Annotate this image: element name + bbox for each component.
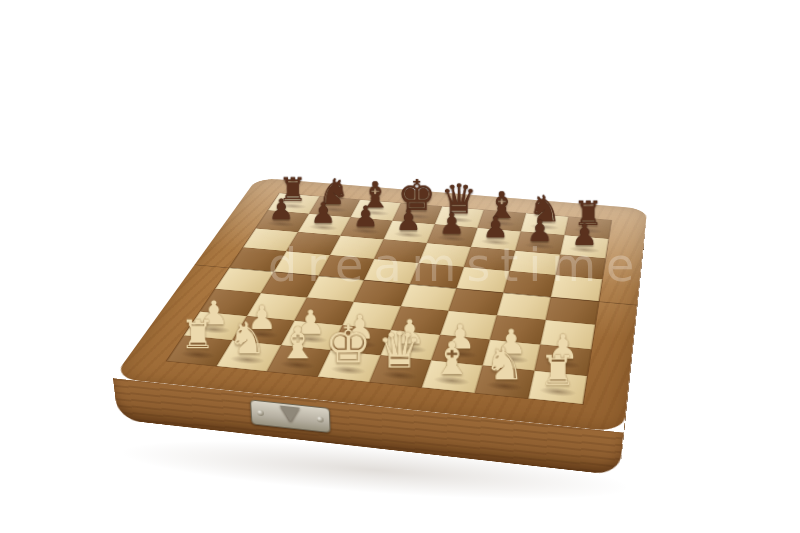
square-h6	[556, 255, 606, 280]
white-rook-glyph: ♜	[180, 315, 215, 354]
latch-hasp	[280, 406, 301, 424]
black-pawn-glyph: ♟	[438, 209, 464, 238]
square-d6	[374, 239, 427, 263]
square-c5	[319, 255, 374, 280]
chess-board: ♜♞♝♚♛♝♞♜♟♟♟♟♟♟♟♟♟♟♟♟♟♟♟♟♜♞♝♚♛♝♞♜	[113, 178, 647, 433]
white-bishop-glyph: ♝	[431, 336, 472, 381]
white-knight-glyph: ♞	[227, 316, 267, 360]
black-pawn-glyph: ♟	[310, 199, 336, 228]
white-king-glyph: ♚	[324, 318, 371, 370]
white-queen-glyph: ♛	[376, 325, 421, 376]
square-h5	[551, 275, 602, 301]
latch-screw-left	[257, 410, 264, 416]
black-pawn-glyph: ♟	[268, 195, 294, 223]
white-bishop-glyph: ♝	[277, 321, 317, 365]
perspective-container: ♜♞♝♚♛♝♞♜♟♟♟♟♟♟♟♟♟♟♟♟♟♟♟♟♜♞♝♚♛♝♞♜	[185, 59, 635, 509]
square-b5	[274, 251, 330, 275]
square-a5	[230, 247, 287, 271]
square-e6	[419, 243, 471, 267]
square-b4	[261, 272, 319, 298]
black-pawn-glyph: ♟	[482, 213, 508, 242]
square-e5	[410, 263, 464, 288]
square-d5	[364, 259, 419, 284]
black-pawn-glyph: ♟	[571, 220, 598, 250]
white-rook-glyph: ♜	[539, 350, 576, 391]
latch-screw-right	[317, 416, 324, 422]
white-knight-glyph: ♞	[483, 341, 524, 386]
square-h4	[546, 297, 599, 325]
square-a6	[243, 228, 298, 251]
black-pawn-glyph: ♟	[352, 202, 378, 231]
square-f6	[464, 247, 515, 271]
square-g6	[509, 251, 560, 275]
square-b6	[286, 232, 340, 255]
square-c6	[330, 236, 384, 259]
black-pawn-glyph: ♟	[395, 206, 421, 235]
black-pawn-glyph: ♟	[526, 216, 552, 245]
latch	[250, 399, 331, 433]
photo-stage: ♜♞♝♚♛♝♞♜♟♟♟♟♟♟♟♟♟♟♟♟♟♟♟♟♜♞♝♚♛♝♞♜ dreamst…	[0, 0, 800, 533]
